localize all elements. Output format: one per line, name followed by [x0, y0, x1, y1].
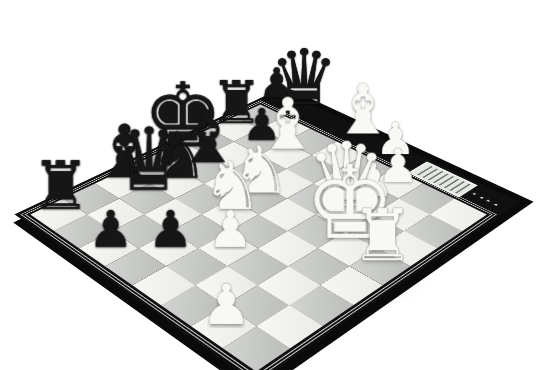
black-pawn-icon: ♟	[148, 203, 193, 254]
scene: ♜♝♚♜♛♞♝♟♟♝♟♞♞♟♛♟♟♟♚♜ ◂▴▾▸ ♟♛♝♟ DGT	[0, 0, 540, 370]
white-pawn-icon: ♟	[208, 203, 253, 254]
down-button[interactable]: ▾	[485, 199, 493, 203]
white-rook-icon: ♜	[351, 201, 415, 272]
black-queen-icon: ♛	[110, 117, 188, 204]
black-rook-icon: ♜	[31, 153, 91, 220]
board-surface: ♜♝♚♜♛♞♝♟♟♝♟♞♞♟♛♟♟♟♚♜	[30, 104, 487, 370]
white-pawn-icon: ♟	[201, 277, 251, 333]
black-pawn-icon: ♟	[88, 203, 133, 254]
forward-button[interactable]: ▸	[492, 203, 500, 207]
chessboard: ♜♝♚♜♛♞♝♟♟♝♟♞♞♟♛♟♟♟♚♜ ◂▴▾▸ ♟♛♝♟ DGT	[16, 90, 519, 370]
perspective-wrapper: ♜♝♚♜♛♞♝♟♟♝♟♞♞♟♛♟♟♟♚♜ ◂▴▾▸ ♟♛♝♟ DGT	[0, 0, 540, 370]
back-button[interactable]: ◂	[470, 192, 478, 196]
